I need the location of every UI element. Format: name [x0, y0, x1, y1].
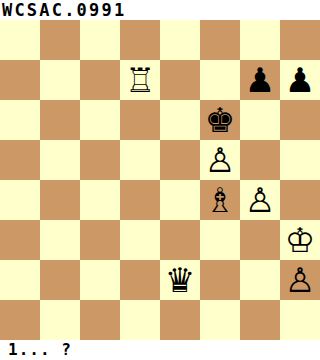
square-b7[interactable] [40, 60, 80, 100]
square-e5[interactable] [160, 140, 200, 180]
square-b4[interactable] [40, 180, 80, 220]
square-f4[interactable]: ♗ [200, 180, 240, 220]
square-g2[interactable] [240, 260, 280, 300]
piece-bP-g7: ♟ [245, 60, 275, 100]
diagram-title: WCSAC.0991 [0, 0, 126, 20]
square-c8[interactable] [80, 20, 120, 60]
square-e3[interactable] [160, 220, 200, 260]
square-f2[interactable] [200, 260, 240, 300]
square-f8[interactable] [200, 20, 240, 60]
square-a2[interactable] [0, 260, 40, 300]
square-b8[interactable] [40, 20, 80, 60]
piece-wP-g4: ♙ [245, 180, 275, 220]
square-h1[interactable] [280, 300, 320, 340]
square-g3[interactable] [240, 220, 280, 260]
square-e8[interactable] [160, 20, 200, 60]
square-d5[interactable] [120, 140, 160, 180]
diagram-header: WCSAC.0991 [0, 0, 320, 20]
square-h3[interactable]: ♔ [280, 220, 320, 260]
square-g7[interactable]: ♟ [240, 60, 280, 100]
square-b2[interactable] [40, 260, 80, 300]
square-c6[interactable] [80, 100, 120, 140]
square-c3[interactable] [80, 220, 120, 260]
square-a6[interactable] [0, 100, 40, 140]
square-e7[interactable] [160, 60, 200, 100]
square-f6[interactable]: ♚ [200, 100, 240, 140]
piece-wB-f4: ♗ [205, 180, 235, 220]
square-b1[interactable] [40, 300, 80, 340]
piece-wP-h2: ♙ [285, 260, 315, 300]
square-b6[interactable] [40, 100, 80, 140]
square-d4[interactable] [120, 180, 160, 220]
square-h8[interactable] [280, 20, 320, 60]
square-g8[interactable] [240, 20, 280, 60]
diagram-footer: 1... ? [0, 340, 320, 360]
square-a3[interactable] [0, 220, 40, 260]
square-a7[interactable] [0, 60, 40, 100]
square-c4[interactable] [80, 180, 120, 220]
square-g4[interactable]: ♙ [240, 180, 280, 220]
piece-bK-f6: ♚ [205, 100, 235, 140]
square-f7[interactable] [200, 60, 240, 100]
square-a4[interactable] [0, 180, 40, 220]
square-d6[interactable] [120, 100, 160, 140]
square-g5[interactable] [240, 140, 280, 180]
square-g1[interactable] [240, 300, 280, 340]
square-e4[interactable] [160, 180, 200, 220]
square-e1[interactable] [160, 300, 200, 340]
square-c7[interactable] [80, 60, 120, 100]
square-h2[interactable]: ♙ [280, 260, 320, 300]
square-c2[interactable] [80, 260, 120, 300]
move-prompt: 1... ? [0, 340, 72, 360]
square-d7[interactable]: ♖ [120, 60, 160, 100]
square-d8[interactable] [120, 20, 160, 60]
square-c5[interactable] [80, 140, 120, 180]
square-f5[interactable]: ♙ [200, 140, 240, 180]
square-f3[interactable] [200, 220, 240, 260]
square-a1[interactable] [0, 300, 40, 340]
piece-bQ-e2: ♛ [165, 260, 195, 300]
piece-wP-f5: ♙ [205, 140, 235, 180]
square-d3[interactable] [120, 220, 160, 260]
square-a8[interactable] [0, 20, 40, 60]
square-g6[interactable] [240, 100, 280, 140]
square-b3[interactable] [40, 220, 80, 260]
square-h4[interactable] [280, 180, 320, 220]
square-h5[interactable] [280, 140, 320, 180]
square-c1[interactable] [80, 300, 120, 340]
chess-board: ♖♟♟♚♙♗♙♔♛♙ [0, 20, 320, 340]
square-d2[interactable] [120, 260, 160, 300]
chess-diagram-window: WCSAC.0991 ♖♟♟♚♙♗♙♔♛♙ 1... ? [0, 0, 320, 360]
piece-bP-h7: ♟ [285, 60, 315, 100]
square-e6[interactable] [160, 100, 200, 140]
piece-wK-h3: ♔ [285, 220, 315, 260]
piece-wR-d7: ♖ [125, 60, 155, 100]
square-e2[interactable]: ♛ [160, 260, 200, 300]
square-f1[interactable] [200, 300, 240, 340]
square-d1[interactable] [120, 300, 160, 340]
square-h7[interactable]: ♟ [280, 60, 320, 100]
square-h6[interactable] [280, 100, 320, 140]
square-a5[interactable] [0, 140, 40, 180]
square-b5[interactable] [40, 140, 80, 180]
